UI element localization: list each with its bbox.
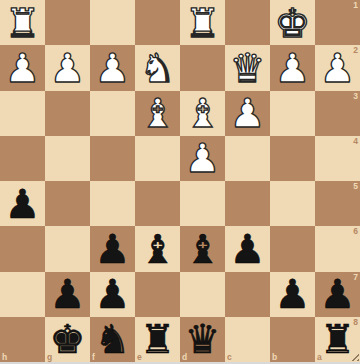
piece-black-pawn[interactable]: ♟ bbox=[95, 274, 131, 314]
piece-white-pawn[interactable]: ♟ bbox=[50, 48, 86, 88]
piece-black-bishop[interactable]: ♝ bbox=[185, 229, 221, 269]
square-f4[interactable] bbox=[90, 136, 135, 181]
square-b1[interactable]: ♚ bbox=[270, 0, 315, 45]
square-c5[interactable] bbox=[225, 181, 270, 226]
square-g7[interactable]: ♟ bbox=[45, 272, 90, 317]
square-e7[interactable] bbox=[135, 272, 180, 317]
rank-label-6: 6 bbox=[353, 227, 358, 236]
square-a5[interactable]: 5 bbox=[315, 181, 360, 226]
piece-white-pawn[interactable]: ♟ bbox=[5, 48, 41, 88]
piece-black-king[interactable]: ♚ bbox=[50, 319, 86, 359]
square-g8[interactable]: ♚g bbox=[45, 317, 90, 362]
piece-black-rook[interactable]: ♜ bbox=[140, 319, 176, 359]
piece-white-king[interactable]: ♚ bbox=[275, 3, 311, 43]
square-g4[interactable] bbox=[45, 136, 90, 181]
piece-white-pawn[interactable]: ♟ bbox=[185, 138, 221, 178]
square-h4[interactable] bbox=[0, 136, 45, 181]
square-f3[interactable] bbox=[90, 91, 135, 136]
file-label-d: d bbox=[182, 353, 187, 362]
square-e6[interactable]: ♝ bbox=[135, 226, 180, 271]
piece-black-pawn[interactable]: ♟ bbox=[275, 274, 311, 314]
file-label-f: f bbox=[92, 353, 95, 362]
square-f8[interactable]: ♞f bbox=[90, 317, 135, 362]
piece-white-pawn[interactable]: ♟ bbox=[95, 48, 131, 88]
file-label-h: h bbox=[2, 353, 7, 362]
square-g3[interactable] bbox=[45, 91, 90, 136]
square-a8[interactable]: ♜8a bbox=[315, 317, 360, 362]
square-e2[interactable]: ♞ bbox=[135, 45, 180, 90]
file-label-e: e bbox=[137, 353, 142, 362]
piece-white-bishop[interactable]: ♝ bbox=[185, 93, 221, 133]
piece-white-bishop[interactable]: ♝ bbox=[140, 93, 176, 133]
square-b3[interactable] bbox=[270, 91, 315, 136]
square-c4[interactable] bbox=[225, 136, 270, 181]
square-a6[interactable]: 6 bbox=[315, 226, 360, 271]
square-d4[interactable]: ♟ bbox=[180, 136, 225, 181]
piece-black-pawn[interactable]: ♟ bbox=[230, 229, 266, 269]
piece-black-bishop[interactable]: ♝ bbox=[140, 229, 176, 269]
piece-black-pawn[interactable]: ♟ bbox=[50, 274, 86, 314]
square-g2[interactable]: ♟ bbox=[45, 45, 90, 90]
square-a7[interactable]: ♟7 bbox=[315, 272, 360, 317]
file-label-g: g bbox=[47, 353, 52, 362]
piece-white-rook[interactable]: ♜ bbox=[185, 3, 221, 43]
square-c1[interactable] bbox=[225, 0, 270, 45]
rank-label-2: 2 bbox=[353, 46, 358, 55]
piece-white-pawn[interactable]: ♟ bbox=[230, 93, 266, 133]
square-e4[interactable] bbox=[135, 136, 180, 181]
square-a1[interactable]: 1 bbox=[315, 0, 360, 45]
file-label-a: a bbox=[317, 353, 322, 362]
square-c6[interactable]: ♟ bbox=[225, 226, 270, 271]
square-c3[interactable]: ♟ bbox=[225, 91, 270, 136]
square-b8[interactable]: b bbox=[270, 317, 315, 362]
square-g6[interactable] bbox=[45, 226, 90, 271]
square-h2[interactable]: ♟ bbox=[0, 45, 45, 90]
square-e1[interactable] bbox=[135, 0, 180, 45]
square-h8[interactable]: h bbox=[0, 317, 45, 362]
rank-label-4: 4 bbox=[353, 137, 358, 146]
square-f1[interactable] bbox=[90, 0, 135, 45]
square-c7[interactable] bbox=[225, 272, 270, 317]
square-c8[interactable]: c bbox=[225, 317, 270, 362]
square-b5[interactable] bbox=[270, 181, 315, 226]
square-f2[interactable]: ♟ bbox=[90, 45, 135, 90]
square-d7[interactable] bbox=[180, 272, 225, 317]
square-b2[interactable]: ♟ bbox=[270, 45, 315, 90]
rank-label-3: 3 bbox=[353, 92, 358, 101]
square-h1[interactable]: ♜ bbox=[0, 0, 45, 45]
piece-white-pawn[interactable]: ♟ bbox=[275, 48, 311, 88]
piece-white-pawn[interactable]: ♟ bbox=[320, 48, 356, 88]
square-e8[interactable]: ♜e bbox=[135, 317, 180, 362]
square-b6[interactable] bbox=[270, 226, 315, 271]
piece-white-rook[interactable]: ♜ bbox=[5, 3, 41, 43]
square-h6[interactable] bbox=[0, 226, 45, 271]
rank-label-8: 8 bbox=[353, 318, 358, 327]
piece-black-pawn[interactable]: ♟ bbox=[5, 184, 41, 224]
piece-black-pawn[interactable]: ♟ bbox=[95, 229, 131, 269]
square-h3[interactable] bbox=[0, 91, 45, 136]
chess-board: ♜♜♚1♟♟♟♞♛♟♟2♝♝♟3♟4♟5♟♝♝♟6♟♟♟♟7h♚g♞f♜e♛dc… bbox=[0, 0, 360, 362]
square-d8[interactable]: ♛d bbox=[180, 317, 225, 362]
square-e3[interactable]: ♝ bbox=[135, 91, 180, 136]
square-d5[interactable] bbox=[180, 181, 225, 226]
square-d1[interactable]: ♜ bbox=[180, 0, 225, 45]
square-g5[interactable] bbox=[45, 181, 90, 226]
square-d2[interactable] bbox=[180, 45, 225, 90]
piece-white-queen[interactable]: ♛ bbox=[230, 48, 266, 88]
square-h5[interactable]: ♟ bbox=[0, 181, 45, 226]
rank-label-1: 1 bbox=[353, 1, 358, 10]
square-d3[interactable]: ♝ bbox=[180, 91, 225, 136]
square-f7[interactable]: ♟ bbox=[90, 272, 135, 317]
piece-black-rook[interactable]: ♜ bbox=[320, 319, 356, 359]
file-label-b: b bbox=[272, 353, 277, 362]
square-a4[interactable]: 4 bbox=[315, 136, 360, 181]
piece-white-knight[interactable]: ♞ bbox=[140, 48, 176, 88]
square-d6[interactable]: ♝ bbox=[180, 226, 225, 271]
square-f6[interactable]: ♟ bbox=[90, 226, 135, 271]
square-f5[interactable] bbox=[90, 181, 135, 226]
file-label-c: c bbox=[227, 353, 232, 362]
square-a3[interactable]: 3 bbox=[315, 91, 360, 136]
rank-label-5: 5 bbox=[353, 182, 358, 191]
rank-label-7: 7 bbox=[353, 273, 358, 282]
piece-black-queen[interactable]: ♛ bbox=[185, 319, 221, 359]
square-g1[interactable] bbox=[45, 0, 90, 45]
square-c2[interactable]: ♛ bbox=[225, 45, 270, 90]
square-b4[interactable] bbox=[270, 136, 315, 181]
square-b7[interactable]: ♟ bbox=[270, 272, 315, 317]
square-h7[interactable] bbox=[0, 272, 45, 317]
square-a2[interactable]: ♟2 bbox=[315, 45, 360, 90]
piece-black-knight[interactable]: ♞ bbox=[95, 319, 131, 359]
square-e5[interactable] bbox=[135, 181, 180, 226]
piece-black-pawn[interactable]: ♟ bbox=[320, 274, 356, 314]
